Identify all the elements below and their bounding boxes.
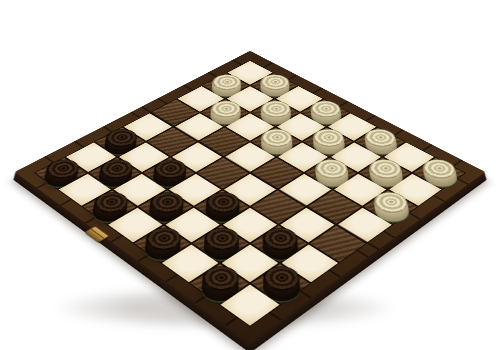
- photo-background: [0, 0, 500, 350]
- hinge-icon: [85, 226, 110, 243]
- board-grid: [34, 60, 466, 327]
